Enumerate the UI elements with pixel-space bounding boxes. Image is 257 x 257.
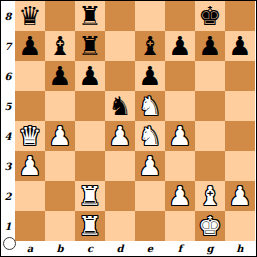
square-g2[interactable]: ♝ (195, 181, 225, 211)
square-c5[interactable] (75, 91, 105, 121)
square-c6[interactable]: ♟ (75, 61, 105, 91)
square-a7[interactable]: ♟ (15, 31, 45, 61)
white-rook-c1[interactable]: ♜ (78, 211, 101, 241)
square-e1[interactable] (135, 211, 165, 241)
white-rook-c2[interactable]: ♜ (78, 181, 101, 211)
square-h6[interactable] (225, 61, 255, 91)
white-pawn-a3[interactable]: ♟ (18, 151, 41, 181)
black-pawn-f7[interactable]: ♟ (168, 31, 191, 61)
rank-label-4: 4 (1, 121, 15, 151)
square-a8[interactable]: ♛ (15, 1, 45, 31)
square-c3[interactable] (75, 151, 105, 181)
rank-label-6: 6 (1, 61, 15, 91)
white-knight-e5[interactable]: ♞ (138, 91, 161, 121)
rank-label-3: 3 (1, 151, 15, 181)
white-queen-a4[interactable]: ♛ (18, 121, 41, 151)
white-pawn-d4[interactable]: ♟ (108, 121, 131, 151)
square-a6[interactable] (15, 61, 45, 91)
black-bishop-e7[interactable]: ♝ (138, 31, 161, 61)
square-d3[interactable] (105, 151, 135, 181)
rank-label-5: 5 (1, 91, 15, 121)
square-c4[interactable] (75, 121, 105, 151)
square-e2[interactable] (135, 181, 165, 211)
file-label-c: c (75, 241, 105, 256)
square-f3[interactable] (165, 151, 195, 181)
square-b6[interactable]: ♟ (45, 61, 75, 91)
square-a4[interactable]: ♛ (15, 121, 45, 151)
chess-board: ♛♜♚♟♝♜♝♟♟♟♟♟♟♞♞♛♟♟♞♟♟♟♜♟♝♟♜♚ (15, 1, 255, 241)
square-e4[interactable]: ♞ (135, 121, 165, 151)
black-pawn-b6[interactable]: ♟ (48, 61, 71, 91)
square-c2[interactable]: ♜ (75, 181, 105, 211)
white-knight-e4[interactable]: ♞ (138, 121, 161, 151)
square-g6[interactable] (195, 61, 225, 91)
square-a5[interactable] (15, 91, 45, 121)
square-e8[interactable] (135, 1, 165, 31)
square-d8[interactable] (105, 1, 135, 31)
white-pawn-h2[interactable]: ♟ (228, 181, 251, 211)
white-bishop-g2[interactable]: ♝ (198, 181, 221, 211)
square-c7[interactable]: ♜ (75, 31, 105, 61)
square-h7[interactable]: ♟ (225, 31, 255, 61)
square-h2[interactable]: ♟ (225, 181, 255, 211)
square-f4[interactable]: ♟ (165, 121, 195, 151)
black-pawn-a7[interactable]: ♟ (18, 31, 41, 61)
black-bishop-b7[interactable]: ♝ (48, 31, 71, 61)
square-f1[interactable] (165, 211, 195, 241)
white-pawn-f2[interactable]: ♟ (168, 181, 191, 211)
square-d7[interactable] (105, 31, 135, 61)
square-h3[interactable] (225, 151, 255, 181)
square-f2[interactable]: ♟ (165, 181, 195, 211)
square-g8[interactable]: ♚ (195, 1, 225, 31)
square-b3[interactable] (45, 151, 75, 181)
square-b7[interactable]: ♝ (45, 31, 75, 61)
black-queen-a8[interactable]: ♛ (18, 1, 41, 31)
square-b8[interactable] (45, 1, 75, 31)
file-labels: abcdefgh (15, 241, 255, 256)
white-pawn-b4[interactable]: ♟ (48, 121, 71, 151)
black-king-g8[interactable]: ♚ (198, 1, 221, 31)
black-rook-c8[interactable]: ♜ (78, 1, 101, 31)
black-knight-d5[interactable]: ♞ (108, 91, 131, 121)
rank-labels: 87654321 (1, 1, 15, 241)
white-to-move-indicator-icon (3, 237, 16, 250)
square-g3[interactable] (195, 151, 225, 181)
black-pawn-h7[interactable]: ♟ (228, 31, 251, 61)
square-d1[interactable] (105, 211, 135, 241)
square-g4[interactable] (195, 121, 225, 151)
square-e6[interactable]: ♟ (135, 61, 165, 91)
square-f8[interactable] (165, 1, 195, 31)
square-e5[interactable]: ♞ (135, 91, 165, 121)
square-b1[interactable] (45, 211, 75, 241)
black-pawn-c6[interactable]: ♟ (78, 61, 101, 91)
file-label-h: h (225, 241, 255, 256)
square-h5[interactable] (225, 91, 255, 121)
square-h1[interactable] (225, 211, 255, 241)
square-d5[interactable]: ♞ (105, 91, 135, 121)
white-pawn-e3[interactable]: ♟ (138, 151, 161, 181)
square-d4[interactable]: ♟ (105, 121, 135, 151)
square-b2[interactable] (45, 181, 75, 211)
square-a1[interactable] (15, 211, 45, 241)
square-b4[interactable]: ♟ (45, 121, 75, 151)
square-a3[interactable]: ♟ (15, 151, 45, 181)
square-f6[interactable] (165, 61, 195, 91)
file-label-a: a (15, 241, 45, 256)
rank-label-8: 8 (1, 1, 15, 31)
file-label-e: e (135, 241, 165, 256)
square-d2[interactable] (105, 181, 135, 211)
file-label-g: g (195, 241, 225, 256)
file-label-d: d (105, 241, 135, 256)
square-b5[interactable] (45, 91, 75, 121)
white-king-g1[interactable]: ♚ (198, 211, 221, 241)
square-e7[interactable]: ♝ (135, 31, 165, 61)
square-g5[interactable] (195, 91, 225, 121)
square-f7[interactable]: ♟ (165, 31, 195, 61)
chess-diagram: 87654321 ♛♜♚♟♝♜♝♟♟♟♟♟♟♞♞♛♟♟♞♟♟♟♜♟♝♟♜♚ ab… (0, 0, 257, 257)
square-f5[interactable] (165, 91, 195, 121)
black-pawn-e6[interactable]: ♟ (138, 61, 161, 91)
square-e3[interactable]: ♟ (135, 151, 165, 181)
white-pawn-f4[interactable]: ♟ (168, 121, 191, 151)
rank-label-2: 2 (1, 181, 15, 211)
rank-label-7: 7 (1, 31, 15, 61)
file-label-b: b (45, 241, 75, 256)
file-label-f: f (165, 241, 195, 256)
square-c1[interactable]: ♜ (75, 211, 105, 241)
square-g7[interactable]: ♟ (195, 31, 225, 61)
black-pawn-g7[interactable]: ♟ (198, 31, 221, 61)
square-g1[interactable]: ♚ (195, 211, 225, 241)
square-a2[interactable] (15, 181, 45, 211)
square-h8[interactable] (225, 1, 255, 31)
square-h4[interactable] (225, 121, 255, 151)
square-c8[interactable]: ♜ (75, 1, 105, 31)
black-rook-c7[interactable]: ♜ (78, 31, 101, 61)
square-d6[interactable] (105, 61, 135, 91)
